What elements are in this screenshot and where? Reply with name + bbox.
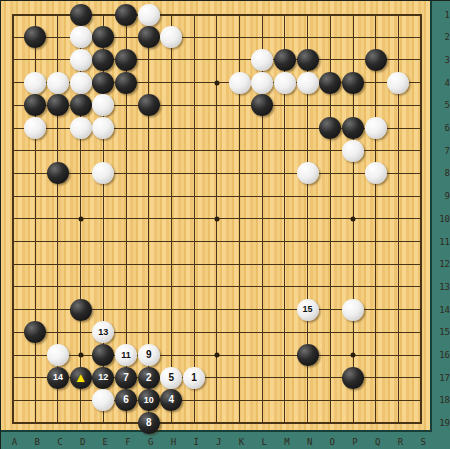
grid-line xyxy=(12,286,423,287)
coord-row-label-13: 13 xyxy=(439,282,450,291)
stone-black-G5[interactable] xyxy=(138,94,160,116)
move-number-label: 10 xyxy=(144,396,154,405)
stone-white-Q6[interactable] xyxy=(365,117,387,139)
stone-white-D3[interactable] xyxy=(70,49,92,71)
coord-row-label-5: 5 xyxy=(445,101,450,110)
coord-col-label-K: K xyxy=(239,438,244,447)
stone-white-H2[interactable] xyxy=(160,26,182,48)
stone-black-F18[interactable]: 6 xyxy=(115,389,137,411)
coord-row-label-6: 6 xyxy=(445,124,450,133)
stone-black-B15[interactable] xyxy=(24,321,46,343)
star-point xyxy=(351,353,356,358)
move-number-label: 2 xyxy=(146,373,152,383)
move-number-label: 7 xyxy=(123,373,129,383)
stone-black-P4[interactable] xyxy=(342,72,364,94)
coord-col-label-F: F xyxy=(125,438,130,447)
coord-col-label-D: D xyxy=(80,438,85,447)
go-board-surface[interactable]: 151311914▲12725161048 xyxy=(1,1,432,432)
stone-white-L3[interactable] xyxy=(251,49,273,71)
star-point xyxy=(78,353,83,358)
move-number-label: 11 xyxy=(121,351,131,360)
coord-col-label-R: R xyxy=(398,438,403,447)
star-point xyxy=(214,216,219,221)
stone-black-E2[interactable] xyxy=(92,26,114,48)
coord-row-label-11: 11 xyxy=(439,237,450,246)
coord-row-label-14: 14 xyxy=(439,305,450,314)
stone-black-F4[interactable] xyxy=(115,72,137,94)
stone-black-D14[interactable] xyxy=(70,299,92,321)
go-app-window: 151311914▲12725161048 123456789101112131… xyxy=(0,0,450,449)
stone-black-C5[interactable] xyxy=(47,94,69,116)
coord-col-label-H: H xyxy=(171,438,176,447)
stone-white-G16[interactable]: 9 xyxy=(138,344,160,366)
coord-col-label-E: E xyxy=(103,438,108,447)
coord-col-label-L: L xyxy=(261,438,266,447)
stone-white-M4[interactable] xyxy=(274,72,296,94)
stone-black-B5[interactable] xyxy=(24,94,46,116)
stone-white-H17[interactable]: 5 xyxy=(160,367,182,389)
stone-black-D5[interactable] xyxy=(70,94,92,116)
stone-black-B2[interactable] xyxy=(24,26,46,48)
coord-col-label-B: B xyxy=(34,438,39,447)
coord-row-label-1: 1 xyxy=(445,10,450,19)
move-number-label: 12 xyxy=(98,373,108,382)
stone-black-P17[interactable] xyxy=(342,367,364,389)
stone-black-C17[interactable]: 14 xyxy=(47,367,69,389)
stone-white-B6[interactable] xyxy=(24,117,46,139)
stone-white-R4[interactable] xyxy=(387,72,409,94)
stone-white-D4[interactable] xyxy=(70,72,92,94)
stone-black-F17[interactable]: 7 xyxy=(115,367,137,389)
star-point xyxy=(214,353,219,358)
stone-black-D1[interactable] xyxy=(70,4,92,26)
stone-white-C4[interactable] xyxy=(47,72,69,94)
stone-black-L5[interactable] xyxy=(251,94,273,116)
coord-row-label-12: 12 xyxy=(439,260,450,269)
stone-white-C16[interactable] xyxy=(47,344,69,366)
coord-row-label-9: 9 xyxy=(445,192,450,201)
move-number-label: 13 xyxy=(98,328,108,337)
stone-black-M3[interactable] xyxy=(274,49,296,71)
star-point xyxy=(78,216,83,221)
coord-row-label-7: 7 xyxy=(445,146,450,155)
stone-black-E17[interactable]: 12 xyxy=(92,367,114,389)
stone-black-O6[interactable] xyxy=(319,117,341,139)
grid-line xyxy=(12,264,423,265)
move-number-label: 6 xyxy=(123,395,129,405)
stone-white-L4[interactable] xyxy=(251,72,273,94)
move-number-label: 1 xyxy=(191,373,197,383)
grid-line xyxy=(420,14,422,425)
stone-black-E16[interactable] xyxy=(92,344,114,366)
stone-white-P14[interactable] xyxy=(342,299,364,321)
coord-col-label-G: G xyxy=(148,438,153,447)
stone-white-Q8[interactable] xyxy=(365,162,387,184)
star-point xyxy=(214,80,219,85)
coord-col-label-A: A xyxy=(12,438,17,447)
stone-white-E18[interactable] xyxy=(92,389,114,411)
coord-col-label-Q: Q xyxy=(375,438,380,447)
grid-line xyxy=(375,14,376,425)
stone-black-Q3[interactable] xyxy=(365,49,387,71)
stone-white-N8[interactable] xyxy=(297,162,319,184)
stone-white-E5[interactable] xyxy=(92,94,114,116)
coord-col-label-I: I xyxy=(193,438,198,447)
coord-row-label-10: 10 xyxy=(439,214,450,223)
coord-row-label-2: 2 xyxy=(445,33,450,42)
move-number-label: 9 xyxy=(146,350,152,360)
stone-black-F1[interactable] xyxy=(115,4,137,26)
stone-black-N3[interactable] xyxy=(297,49,319,71)
coord-col-label-P: P xyxy=(352,438,357,447)
stone-white-N14[interactable]: 15 xyxy=(297,299,319,321)
stone-white-D6[interactable] xyxy=(70,117,92,139)
coord-col-label-O: O xyxy=(330,438,335,447)
coord-col-label-J: J xyxy=(216,438,221,447)
coord-row-label-17: 17 xyxy=(439,373,450,382)
grid-line xyxy=(12,400,423,401)
stone-white-E6[interactable] xyxy=(92,117,114,139)
stone-white-E8[interactable] xyxy=(92,162,114,184)
stone-white-G1[interactable] xyxy=(138,4,160,26)
coord-row-label-3: 3 xyxy=(445,55,450,64)
stone-white-D2[interactable] xyxy=(70,26,92,48)
stone-black-N16[interactable] xyxy=(297,344,319,366)
stone-black-D17[interactable]: ▲ xyxy=(70,367,92,389)
stone-black-C8[interactable] xyxy=(47,162,69,184)
stone-white-P7[interactable] xyxy=(342,140,364,162)
triangle-mark-icon: ▲ xyxy=(74,371,87,384)
coord-col-label-C: C xyxy=(57,438,62,447)
coord-row-label-15: 15 xyxy=(439,328,450,337)
stone-black-F3[interactable] xyxy=(115,49,137,71)
coord-row-label-8: 8 xyxy=(445,169,450,178)
coord-row-label-4: 4 xyxy=(445,78,450,87)
coord-col-label-M: M xyxy=(284,438,289,447)
stone-black-P6[interactable] xyxy=(342,117,364,139)
grid-line xyxy=(12,241,423,242)
stone-white-I17[interactable]: 1 xyxy=(183,367,205,389)
move-number-label: 5 xyxy=(169,373,175,383)
stone-black-G19[interactable]: 8 xyxy=(138,412,160,434)
coord-col-label-N: N xyxy=(307,438,312,447)
stone-black-G17[interactable]: 2 xyxy=(138,367,160,389)
stone-black-G18[interactable]: 10 xyxy=(138,389,160,411)
grid-line xyxy=(12,422,423,424)
move-number-label: 4 xyxy=(169,395,175,405)
grid-line xyxy=(12,332,423,333)
move-number-label: 14 xyxy=(53,373,63,382)
coord-row-label-18: 18 xyxy=(439,396,450,405)
stone-white-K4[interactable] xyxy=(229,72,251,94)
stone-white-B4[interactable] xyxy=(24,72,46,94)
coord-row-label-16: 16 xyxy=(439,351,450,360)
stone-black-H18[interactable]: 4 xyxy=(160,389,182,411)
stone-white-N4[interactable] xyxy=(297,72,319,94)
coord-row-label-19: 19 xyxy=(439,419,450,428)
stone-black-O4[interactable] xyxy=(319,72,341,94)
move-number-label: 15 xyxy=(303,305,313,314)
star-point xyxy=(351,216,356,221)
stone-black-E3[interactable] xyxy=(92,49,114,71)
stone-black-G2[interactable] xyxy=(138,26,160,48)
move-number-label: 8 xyxy=(146,418,152,428)
stone-white-E15[interactable]: 13 xyxy=(92,321,114,343)
stone-white-F16[interactable]: 11 xyxy=(115,344,137,366)
stone-black-E4[interactable] xyxy=(92,72,114,94)
coord-col-label-S: S xyxy=(420,438,425,447)
